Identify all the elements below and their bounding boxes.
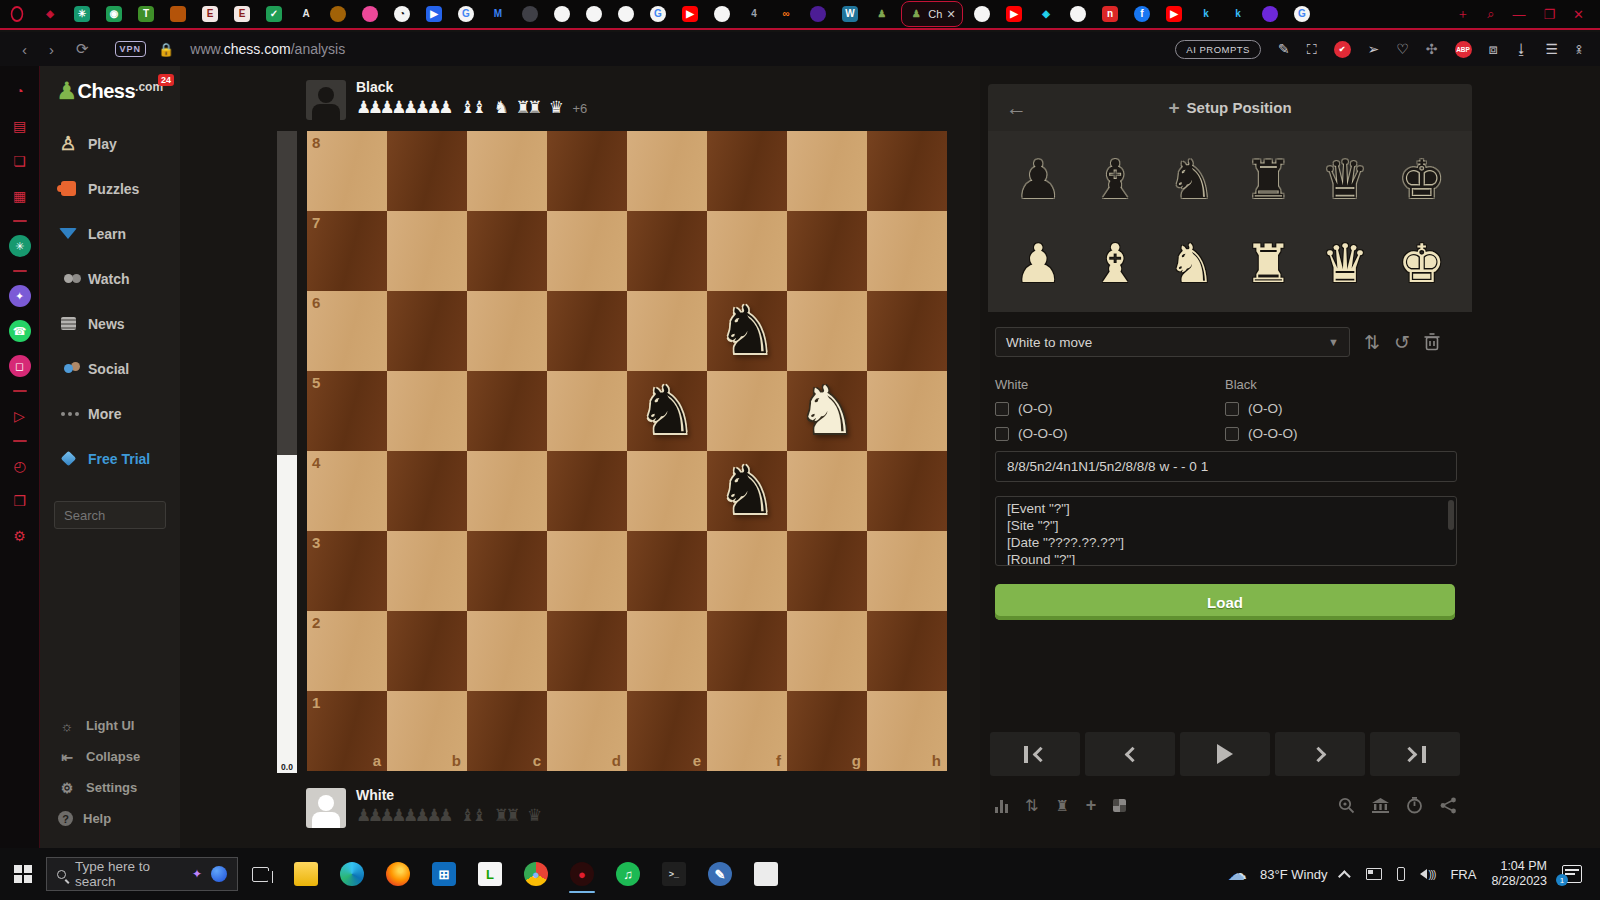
square-g1[interactable]: g	[787, 691, 867, 771]
square-e8[interactable]	[627, 131, 707, 211]
file-label-a: a	[373, 752, 381, 769]
square-d4[interactable]	[547, 451, 627, 531]
browser-tab-avatar-site[interactable]	[162, 0, 194, 28]
turn-select[interactable]: White to move ▼	[995, 327, 1350, 357]
extensions-icon[interactable]: ❒	[9, 490, 31, 512]
panel-title: +Setup Position	[988, 97, 1472, 119]
sidebar-item-learn[interactable]: Learn	[40, 211, 180, 256]
square-f1[interactable]: f	[707, 691, 787, 771]
browser-tab-github[interactable]	[546, 0, 578, 28]
taskbar-app-firefox[interactable]	[375, 854, 421, 894]
setup-panel-header: ← +Setup Position	[988, 84, 1472, 131]
chess-com-favicon: ♟	[908, 6, 924, 22]
opera-sidebar: ◔▤❏▦✳✦☎◻▷◴❒⚙	[0, 66, 40, 848]
browser-tab-chess-com[interactable]: ♟	[866, 0, 898, 28]
sidebar-footer-settings[interactable]: ⚙Settings	[40, 772, 180, 803]
taskbar-app-terminal[interactable]: >_	[651, 854, 697, 894]
captured-b-group: ♝♝	[460, 808, 486, 824]
file-label-e: e	[693, 752, 701, 769]
browser-tab-t-app[interactable]: T	[130, 0, 162, 28]
palette-white-bishop[interactable]: ♝	[1077, 222, 1154, 307]
reset-board-icon[interactable]: ↺	[1394, 333, 1410, 352]
twitch-icon[interactable]: ❏	[9, 150, 31, 172]
language-indicator[interactable]: FRA	[1450, 867, 1476, 882]
sidebar-item-label: More	[88, 406, 121, 422]
taskbar-apps: ⊞L●●♫>_✎	[283, 854, 789, 894]
collapse-icon: ⇤	[58, 749, 76, 765]
square-b1[interactable]: b	[387, 691, 467, 771]
square-h2[interactable]	[867, 611, 947, 691]
facebook-favicon: f	[1134, 6, 1150, 22]
square-d5[interactable]	[547, 371, 627, 451]
tab-close-icon[interactable]: ✕	[946, 8, 955, 21]
forward-icon[interactable]: ›	[49, 41, 54, 58]
e-site2-favicon: E	[234, 6, 250, 22]
browser-tab-check-app[interactable]: ✓	[258, 0, 290, 28]
palette-black-knight[interactable]: ♞	[1153, 137, 1230, 222]
pgn-line: [Site "?"]	[1007, 517, 1445, 534]
snapshot-icon[interactable]: ⛶	[1307, 41, 1317, 58]
ai-prompts-button[interactable]: AI PROMPTS	[1175, 40, 1261, 59]
sidebar-item-more[interactable]: More	[40, 391, 180, 436]
learn-icon	[58, 228, 78, 239]
taskbar-app-notepad[interactable]	[743, 854, 789, 894]
github-favicon	[586, 6, 602, 22]
browser-tab-youtube[interactable]: ▶	[674, 0, 706, 28]
square-f5[interactable]	[707, 371, 787, 451]
square-f2[interactable]	[707, 611, 787, 691]
white-queenside-label: (O-O-O)	[1018, 426, 1068, 441]
rank-label-2: 2	[312, 614, 320, 631]
square-f3[interactable]	[707, 531, 787, 611]
square-d7[interactable]	[547, 211, 627, 291]
square-e7[interactable]	[627, 211, 707, 291]
sidebar-item-social[interactable]: Social	[40, 346, 180, 391]
share-icon[interactable]	[1440, 797, 1457, 814]
active-app-indicator	[569, 891, 595, 894]
square-g4[interactable]	[787, 451, 867, 531]
captured-r-group: ♜♜	[493, 808, 519, 824]
rank-label-6: 6	[312, 294, 320, 311]
extension-icon[interactable]: ✣	[1426, 41, 1438, 57]
square-b2[interactable]	[387, 611, 467, 691]
adblock-icon[interactable]: ABP	[1455, 41, 1472, 58]
sidebar-footer-help[interactable]: ?Help	[40, 803, 180, 834]
board-editor-icon[interactable]	[1113, 799, 1126, 812]
white-avatar[interactable]	[306, 788, 346, 828]
black-knight-f4[interactable]: ♞	[707, 451, 787, 531]
shield-check-icon[interactable]: ✔	[1334, 41, 1351, 58]
trash-icon[interactable]	[1424, 333, 1440, 351]
square-a8[interactable]: 8	[307, 131, 387, 211]
messenger-icon[interactable]: ✦	[9, 285, 31, 307]
square-e3[interactable]	[627, 531, 707, 611]
square-d8[interactable]	[547, 131, 627, 211]
square-e6[interactable]	[627, 291, 707, 371]
pgn-line: [Round "?"]	[1007, 551, 1445, 566]
file-label-b: b	[452, 752, 461, 769]
sidebar-item-label: Free Trial	[88, 451, 150, 467]
browser-tab-swirl-site[interactable]	[1254, 0, 1286, 28]
square-f4[interactable]: ♞	[707, 451, 787, 531]
taskbar-app-store[interactable]: ⊞	[421, 854, 467, 894]
evaluation-chart-icon[interactable]	[995, 799, 1008, 813]
taskbar-search[interactable]: Type here to search ✦	[46, 857, 238, 891]
tray-expand-icon[interactable]	[1338, 870, 1351, 883]
tab-search-icon[interactable]: ⌕	[1487, 6, 1494, 22]
sidebar-item-label: Learn	[88, 226, 126, 242]
youtube-favicon: ▶	[682, 6, 698, 22]
captured-p-group: ♟♟♟♟♟♟♟♟	[356, 100, 453, 116]
browser-tab-github[interactable]	[706, 0, 738, 28]
play-moves-button[interactable]	[1180, 732, 1270, 776]
pgn-textarea[interactable]: [Event "?"][Site "?"][Date "????.??.??"]…	[995, 496, 1457, 566]
browser-tab-music-site[interactable]	[802, 0, 834, 28]
dribbble-favicon	[362, 6, 378, 22]
browser-tab-a-app[interactable]: A	[290, 0, 322, 28]
square-e2[interactable]	[627, 611, 707, 691]
browser-tab-e-site[interactable]: E	[194, 0, 226, 28]
sidebar-item-label: Puzzles	[88, 181, 139, 197]
weather-text[interactable]: 83°F Windy	[1260, 867, 1327, 882]
pgn-scrollbar[interactable]	[1448, 500, 1454, 530]
browser-tab-google[interactable]: G	[642, 0, 674, 28]
browser-tab-github[interactable]	[578, 0, 610, 28]
square-g5[interactable]: ♞	[787, 371, 867, 451]
black-castling-group: Black (O-O) (O-O-O)	[1225, 377, 1445, 451]
square-c8[interactable]	[467, 131, 547, 211]
black-queenside-checkbox[interactable]	[1225, 427, 1239, 441]
browser-tab-notion-red[interactable]: n	[1094, 0, 1126, 28]
browser-tab-play-site[interactable]: ▶	[418, 0, 450, 28]
more-icon	[58, 412, 78, 416]
mui-favicon: M	[490, 6, 506, 22]
browser-tab-active-chesscom[interactable]: ♟Ch✕	[901, 1, 963, 27]
chesscom-pawn-icon: ♟	[56, 80, 78, 102]
rank-label-5: 5	[312, 374, 320, 391]
go-to-end-button[interactable]	[1370, 732, 1460, 776]
fen-input[interactable]: 8/8/5n2/4n1N1/5n2/8/8/8 w - - 0 1	[995, 451, 1457, 482]
free-trial-diamond-icon	[58, 453, 78, 464]
captured-n-group: ♞	[493, 100, 508, 116]
speaker-icon[interactable]: )))	[1420, 869, 1435, 880]
sidebar-item-news[interactable]: News	[40, 301, 180, 346]
window-close-button[interactable]: ✕	[1573, 7, 1584, 22]
threats-icon[interactable]: ♜	[1055, 797, 1068, 815]
sidebar-footer-light-ui[interactable]: ☼Light UI	[40, 710, 180, 741]
palette-white-knight[interactable]: ♞	[1153, 222, 1230, 307]
square-b7[interactable]	[387, 211, 467, 291]
browser-tab-youtube[interactable]: ▶	[998, 0, 1030, 28]
opera-menu-button[interactable]	[0, 6, 34, 22]
square-h4[interactable]	[867, 451, 947, 531]
captured-q-group: ♛	[549, 100, 564, 116]
square-a3[interactable]: 3	[307, 531, 387, 611]
square-g3[interactable]	[787, 531, 867, 611]
browser-tab-react[interactable]: ◈	[1030, 0, 1062, 28]
white-queenside-checkbox[interactable]	[995, 427, 1009, 441]
t-app-favicon: T	[138, 6, 154, 22]
black-queenside-label: (O-O-O)	[1248, 426, 1298, 441]
instagram-icon[interactable]: ◻	[9, 355, 31, 377]
settings-icon[interactable]: ⚙	[9, 525, 31, 547]
file-label-d: d	[612, 752, 621, 769]
next-move-button[interactable]	[1275, 732, 1365, 776]
palette-black-rook[interactable]: ♜	[1230, 137, 1307, 222]
square-b5[interactable]	[387, 371, 467, 451]
browser-tab-google[interactable]: G	[1286, 0, 1318, 28]
square-h8[interactable]	[867, 131, 947, 211]
square-e5[interactable]: ♞	[627, 371, 707, 451]
sidebar-item-free-trial[interactable]: Free Trial	[40, 436, 180, 481]
go-to-start-button[interactable]	[990, 732, 1080, 776]
black-knight-f6[interactable]: ♞	[707, 291, 787, 371]
square-b4[interactable]	[387, 451, 467, 531]
square-c5[interactable]	[467, 371, 547, 451]
square-e1[interactable]: e	[627, 691, 707, 771]
clock-date: 8/28/2023	[1491, 874, 1547, 889]
tuner-icon[interactable]: ☰	[1545, 41, 1558, 57]
flip-board-icon[interactable]: ⇅	[1364, 333, 1380, 352]
sidebar-item-label: Watch	[88, 271, 129, 287]
square-a7[interactable]: 7	[307, 211, 387, 291]
browser-tab-facebook[interactable]: f	[1126, 0, 1158, 28]
browser-tab-infinity-site[interactable]: ∞	[770, 0, 802, 28]
black-kingside-label: (O-O)	[1248, 401, 1283, 416]
flip-icon[interactable]: ⇅	[1025, 796, 1038, 815]
square-e4[interactable]	[627, 451, 707, 531]
vpn-badge[interactable]: VPN	[115, 41, 147, 57]
browser-tab-k-site[interactable]: k	[1222, 0, 1254, 28]
firefox-icon	[386, 862, 410, 886]
browser-tab-font-site[interactable]: 4	[738, 0, 770, 28]
window-restore-button[interactable]: ❐	[1543, 7, 1555, 22]
taskbar-app-file-explorer[interactable]	[283, 854, 329, 894]
palette-black-king[interactable]: ♚	[1383, 137, 1460, 222]
sidebar-item-play[interactable]: ♙Play	[40, 121, 180, 166]
browser-tab-dribbble[interactable]	[354, 0, 386, 28]
square-b6[interactable]	[387, 291, 467, 371]
add-icon[interactable]: +	[1086, 795, 1097, 816]
github-favicon	[554, 6, 570, 22]
browser-tab-chatgpt[interactable]: ✳	[66, 0, 98, 28]
search-input[interactable]	[54, 501, 166, 529]
shopping-corner-icon[interactable]: ▤	[9, 115, 31, 137]
square-d1[interactable]: d	[547, 691, 627, 771]
sidebar-item-puzzles[interactable]: Puzzles	[40, 166, 180, 211]
downloads-icon[interactable]: ⭳	[1514, 41, 1528, 57]
white-castling-group: White (O-O) (O-O-O)	[995, 377, 1215, 451]
material-advantage: +6	[572, 101, 587, 116]
sidebar-box-icon[interactable]: ⧈	[1489, 41, 1498, 58]
palette-white-pawn[interactable]: ♟	[1000, 222, 1077, 307]
taskbar-app-chrome[interactable]: ●	[513, 854, 559, 894]
recorder-icon: ●	[570, 862, 594, 886]
square-h3[interactable]	[867, 531, 947, 611]
eval-score: 0.0	[277, 762, 297, 772]
square-c6[interactable]	[467, 291, 547, 371]
square-a1[interactable]: 1a	[307, 691, 387, 771]
square-a4[interactable]: 4	[307, 451, 387, 531]
back-icon[interactable]: ‹	[22, 41, 27, 58]
gx-chip-icon[interactable]: ▦	[9, 185, 31, 207]
clock-site-favicon: ◔	[394, 6, 410, 22]
square-g8[interactable]	[787, 131, 867, 211]
file-label-f: f	[776, 752, 781, 769]
palette-white-queen[interactable]: ♛	[1307, 222, 1384, 307]
pen-sparkle-icon: ✦	[192, 867, 202, 881]
square-g6[interactable]	[787, 291, 867, 371]
new-tab-button[interactable]: ＋	[1456, 5, 1469, 23]
chess-board[interactable]: 876♞5♞♞4♞321abcdefgh	[307, 131, 947, 771]
browser-tab-youtube[interactable]: ▶	[1158, 0, 1190, 28]
browser-tab-wordpress[interactable]: W	[834, 0, 866, 28]
footer-item-label: Settings	[86, 780, 137, 795]
player-icon[interactable]: ▷	[9, 405, 31, 427]
terminal-icon: >_	[662, 862, 686, 886]
square-c3[interactable]	[467, 531, 547, 611]
sidebar-item-watch[interactable]: Watch	[40, 256, 180, 301]
taskbar-app-recorder[interactable]: ●	[559, 854, 605, 894]
black-knight-e5[interactable]: ♞	[627, 371, 707, 451]
timer-icon[interactable]	[1406, 797, 1423, 814]
palette-black-pawn[interactable]: ♟	[1000, 137, 1077, 222]
square-c1[interactable]: c	[467, 691, 547, 771]
taskbar-app-spotify[interactable]: ♫	[605, 854, 651, 894]
taskbar-app-paint[interactable]: ✎	[697, 854, 743, 894]
white-captured-pieces: ♟♟♟♟♟♟♟♟♝♝♜♜♛	[356, 806, 542, 824]
palette-white-rook[interactable]: ♜	[1230, 222, 1307, 307]
square-d2[interactable]	[547, 611, 627, 691]
captured-b-group: ♝♝	[460, 100, 486, 116]
chatgpt-favicon: ✳	[74, 6, 90, 22]
music-site-favicon	[810, 6, 826, 22]
square-d3[interactable]	[547, 531, 627, 611]
sidebar-item-label: Social	[88, 361, 129, 377]
square-h5[interactable]	[867, 371, 947, 451]
square-h1[interactable]: h	[867, 691, 947, 771]
chatgpt-icon[interactable]: ✳	[9, 235, 31, 257]
square-c7[interactable]	[467, 211, 547, 291]
gx-control-icon[interactable]: ◔	[9, 80, 31, 102]
browser-tab-mui[interactable]: M	[482, 0, 514, 28]
square-a6[interactable]: 6	[307, 291, 387, 371]
browser-tab-e-site2[interactable]: E	[226, 0, 258, 28]
load-button[interactable]: Load	[995, 584, 1455, 620]
square-d6[interactable]	[547, 291, 627, 371]
browser-tab-k-site[interactable]: k	[1190, 0, 1222, 28]
chesscom-logo[interactable]: ♟ Chess .com 24	[40, 66, 180, 107]
white-kingside-checkbox[interactable]	[995, 402, 1009, 416]
taskbar-app-libreoffice[interactable]: L	[467, 854, 513, 894]
square-c2[interactable]	[467, 611, 547, 691]
square-f8[interactable]	[707, 131, 787, 211]
browser-tab-globe-site[interactable]	[514, 0, 546, 28]
windows-logo-icon	[14, 865, 32, 883]
edit-icon[interactable]: ✎	[1278, 41, 1290, 57]
github-favicon	[1070, 6, 1086, 22]
github-favicon	[974, 6, 990, 22]
captured-q-group: ♛	[527, 808, 542, 824]
browser-tab-bird-site[interactable]	[322, 0, 354, 28]
square-h7[interactable]	[867, 211, 947, 291]
footer-item-label: Help	[83, 811, 111, 826]
square-b3[interactable]	[387, 531, 467, 611]
browser-tab-green-app[interactable]: ◉	[98, 0, 130, 28]
reload-icon[interactable]: ⟳	[76, 40, 89, 58]
captured-r-group: ♜♜	[515, 100, 541, 116]
black-avatar[interactable]	[306, 80, 346, 120]
rank-label-8: 8	[312, 134, 320, 151]
lock-icon[interactable]: 🔒	[158, 42, 174, 57]
notification-center-icon[interactable]: 1	[1562, 865, 1582, 883]
infinity-site-favicon: ∞	[778, 6, 794, 22]
square-c4[interactable]	[467, 451, 547, 531]
square-f6[interactable]: ♞	[707, 291, 787, 371]
square-g2[interactable]	[787, 611, 867, 691]
openings-library-icon[interactable]	[1372, 798, 1389, 813]
square-a2[interactable]: 2	[307, 611, 387, 691]
explorer-zoom-icon[interactable]	[1338, 797, 1355, 814]
history-icon[interactable]: ◴	[9, 455, 31, 477]
evaluation-bar: 0.0	[277, 131, 297, 773]
send-icon[interactable]: ➢	[1368, 41, 1380, 57]
palette-black-queen[interactable]: ♛	[1307, 137, 1384, 222]
square-a5[interactable]: 5	[307, 371, 387, 451]
watch-icon	[58, 274, 78, 283]
black-kingside-checkbox[interactable]	[1225, 402, 1239, 416]
url-text[interactable]: www.chess.com/analysis	[190, 41, 345, 57]
start-button[interactable]	[0, 865, 46, 883]
bookmark-heart-icon[interactable]: ♡	[1396, 41, 1409, 57]
white-knight-g5[interactable]: ♞	[787, 371, 867, 451]
display-icon[interactable]	[1366, 868, 1382, 880]
square-g7[interactable]	[787, 211, 867, 291]
black-captured-pieces: ♟♟♟♟♟♟♟♟♝♝♞♜♜♛+6	[356, 98, 587, 116]
usb-icon[interactable]	[1397, 867, 1405, 881]
window-minimize-button[interactable]: —	[1512, 7, 1525, 22]
palette-black-bishop[interactable]: ♝	[1077, 137, 1154, 222]
browser-tab-google[interactable]: G	[450, 0, 482, 28]
palette-white-king[interactable]: ♚	[1383, 222, 1460, 307]
square-h6[interactable]	[867, 291, 947, 371]
task-view-button[interactable]	[252, 867, 269, 882]
previous-move-button[interactable]	[1085, 732, 1175, 776]
sidebar-footer-collapse[interactable]: ⇤Collapse	[40, 741, 180, 772]
wordpress-favicon: W	[842, 6, 858, 22]
taskbar-app-edge[interactable]	[329, 854, 375, 894]
globe-site-favicon	[522, 6, 538, 22]
browser-tab-github[interactable]	[966, 0, 998, 28]
square-b8[interactable]	[387, 131, 467, 211]
browser-tab-github[interactable]	[610, 0, 642, 28]
browser-tab-github[interactable]	[1062, 0, 1094, 28]
settings-gear-icon: ⚙	[58, 780, 76, 796]
pgn-line: [Event "?"]	[1007, 500, 1445, 517]
spotify-icon: ♫	[616, 862, 640, 886]
square-f7[interactable]	[707, 211, 787, 291]
taskbar-clock[interactable]: 1:04 PM 8/28/2023	[1491, 859, 1547, 889]
profile-icon[interactable]: 🯅	[1575, 41, 1582, 57]
clock-time: 1:04 PM	[1491, 859, 1547, 874]
rank-label-4: 4	[312, 454, 320, 471]
footer-item-label: Light UI	[86, 718, 134, 733]
weather-icon[interactable]: ☁	[1228, 864, 1245, 885]
browser-tab-clock-site[interactable]: ◔	[386, 0, 418, 28]
react-favicon: ◈	[1038, 6, 1054, 22]
browser-tab-gx-corner[interactable]: ◈	[34, 0, 66, 28]
whatsapp-icon[interactable]: ☎	[9, 320, 31, 342]
